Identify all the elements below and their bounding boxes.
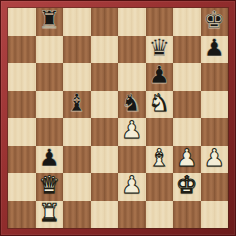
square-c2[interactable] bbox=[63, 173, 91, 201]
square-b2[interactable]: ♛ bbox=[36, 173, 64, 201]
piece-white-king[interactable]: ♚ bbox=[176, 173, 198, 200]
square-c1[interactable] bbox=[63, 201, 91, 229]
piece-black-knight[interactable]: ♞ bbox=[121, 91, 143, 118]
square-e2[interactable]: ♟ bbox=[118, 173, 146, 201]
square-d6[interactable] bbox=[91, 63, 119, 91]
square-a6[interactable] bbox=[8, 63, 36, 91]
piece-black-pawn[interactable]: ♟ bbox=[38, 146, 60, 173]
square-g3[interactable]: ♟ bbox=[173, 146, 201, 174]
square-b6[interactable] bbox=[36, 63, 64, 91]
square-d1[interactable] bbox=[91, 201, 119, 229]
square-g7[interactable] bbox=[173, 36, 201, 64]
square-d2[interactable] bbox=[91, 173, 119, 201]
square-b5[interactable] bbox=[36, 91, 64, 119]
square-h6[interactable] bbox=[201, 63, 229, 91]
piece-white-bishop[interactable]: ♝ bbox=[148, 146, 170, 173]
square-a1[interactable] bbox=[8, 201, 36, 229]
piece-white-pawn[interactable]: ♟ bbox=[176, 146, 198, 173]
square-d4[interactable] bbox=[91, 118, 119, 146]
square-f4[interactable] bbox=[146, 118, 174, 146]
square-c3[interactable] bbox=[63, 146, 91, 174]
square-d8[interactable] bbox=[91, 8, 119, 36]
square-a7[interactable] bbox=[8, 36, 36, 64]
square-b3[interactable]: ♟ bbox=[36, 146, 64, 174]
square-b8[interactable]: ♜ bbox=[36, 8, 64, 36]
piece-white-knight[interactable]: ♞ bbox=[148, 91, 170, 118]
piece-white-queen[interactable]: ♛ bbox=[38, 173, 60, 200]
square-c5[interactable]: ♝ bbox=[63, 91, 91, 119]
square-h8[interactable]: ♚ bbox=[201, 8, 229, 36]
square-f2[interactable] bbox=[146, 173, 174, 201]
square-a2[interactable] bbox=[8, 173, 36, 201]
square-f6[interactable]: ♟ bbox=[146, 63, 174, 91]
piece-black-pawn[interactable]: ♟ bbox=[148, 63, 170, 90]
piece-black-king[interactable]: ♚ bbox=[203, 8, 225, 35]
square-b7[interactable] bbox=[36, 36, 64, 64]
square-f7[interactable]: ♛ bbox=[146, 36, 174, 64]
square-f8[interactable] bbox=[146, 8, 174, 36]
piece-white-pawn[interactable]: ♟ bbox=[121, 173, 143, 200]
square-e3[interactable] bbox=[118, 146, 146, 174]
square-g6[interactable] bbox=[173, 63, 201, 91]
square-c8[interactable] bbox=[63, 8, 91, 36]
square-e6[interactable] bbox=[118, 63, 146, 91]
square-a4[interactable] bbox=[8, 118, 36, 146]
square-c4[interactable] bbox=[63, 118, 91, 146]
square-f1[interactable] bbox=[146, 201, 174, 229]
square-h7[interactable]: ♟ bbox=[201, 36, 229, 64]
square-h1[interactable] bbox=[201, 201, 229, 229]
square-e1[interactable] bbox=[118, 201, 146, 229]
square-g4[interactable] bbox=[173, 118, 201, 146]
square-f3[interactable]: ♝ bbox=[146, 146, 174, 174]
square-f5[interactable]: ♞ bbox=[146, 91, 174, 119]
square-a8[interactable] bbox=[8, 8, 36, 36]
square-e5[interactable]: ♞ bbox=[118, 91, 146, 119]
square-g2[interactable]: ♚ bbox=[173, 173, 201, 201]
square-e7[interactable] bbox=[118, 36, 146, 64]
piece-white-pawn[interactable]: ♟ bbox=[203, 146, 225, 173]
square-b4[interactable] bbox=[36, 118, 64, 146]
square-h2[interactable] bbox=[201, 173, 229, 201]
board-frame: ♜♚♛♟♟♝♞♞♟♟♝♟♟♛♟♚♜ bbox=[0, 0, 236, 236]
piece-black-queen[interactable]: ♛ bbox=[148, 36, 170, 63]
square-g5[interactable] bbox=[173, 91, 201, 119]
piece-black-rook[interactable]: ♜ bbox=[38, 8, 60, 35]
piece-black-bishop[interactable]: ♝ bbox=[66, 91, 88, 118]
square-a5[interactable] bbox=[8, 91, 36, 119]
square-a3[interactable] bbox=[8, 146, 36, 174]
square-b1[interactable]: ♜ bbox=[36, 201, 64, 229]
piece-black-pawn[interactable]: ♟ bbox=[203, 36, 225, 63]
square-d3[interactable] bbox=[91, 146, 119, 174]
piece-white-pawn[interactable]: ♟ bbox=[121, 118, 143, 145]
square-c6[interactable] bbox=[63, 63, 91, 91]
square-g1[interactable] bbox=[173, 201, 201, 229]
square-g8[interactable] bbox=[173, 8, 201, 36]
square-d5[interactable] bbox=[91, 91, 119, 119]
square-e8[interactable] bbox=[118, 8, 146, 36]
square-h4[interactable] bbox=[201, 118, 229, 146]
piece-white-rook[interactable]: ♜ bbox=[38, 201, 60, 228]
square-h5[interactable] bbox=[201, 91, 229, 119]
chess-board: ♜♚♛♟♟♝♞♞♟♟♝♟♟♛♟♚♜ bbox=[8, 8, 228, 228]
square-e4[interactable]: ♟ bbox=[118, 118, 146, 146]
square-c7[interactable] bbox=[63, 36, 91, 64]
square-d7[interactable] bbox=[91, 36, 119, 64]
square-h3[interactable]: ♟ bbox=[201, 146, 229, 174]
